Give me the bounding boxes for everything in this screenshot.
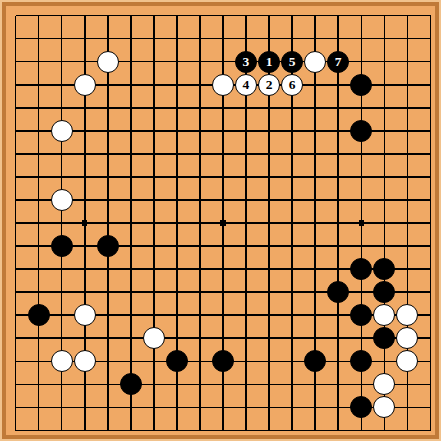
point-L5[interactable] (234, 327, 257, 350)
point-R17[interactable] (373, 50, 396, 73)
point-O16[interactable] (304, 73, 327, 96)
point-P16[interactable] (327, 73, 350, 96)
point-M5[interactable] (257, 327, 280, 350)
point-C14[interactable] (50, 119, 73, 142)
point-R14[interactable] (373, 119, 396, 142)
point-R10[interactable] (373, 211, 396, 234)
point-G8[interactable] (142, 257, 165, 280)
point-E2[interactable] (96, 396, 119, 419)
point-B7[interactable] (27, 281, 50, 304)
point-O3[interactable] (304, 373, 327, 396)
point-N3[interactable] (281, 373, 304, 396)
point-R15[interactable] (373, 96, 396, 119)
point-P15[interactable] (327, 96, 350, 119)
point-G9[interactable] (142, 234, 165, 257)
point-T6[interactable] (419, 304, 441, 327)
point-R8[interactable] (373, 257, 396, 280)
point-J15[interactable] (188, 96, 211, 119)
point-E7[interactable] (96, 281, 119, 304)
point-K15[interactable] (211, 96, 234, 119)
point-D2[interactable] (73, 396, 96, 419)
point-O17[interactable] (304, 50, 327, 73)
point-C17[interactable] (50, 50, 73, 73)
point-H6[interactable] (165, 304, 188, 327)
point-T4[interactable] (419, 350, 441, 373)
point-E6[interactable] (96, 304, 119, 327)
point-N9[interactable] (281, 234, 304, 257)
point-Q1[interactable] (350, 419, 373, 441)
point-P11[interactable] (327, 188, 350, 211)
point-K8[interactable] (211, 257, 234, 280)
point-D8[interactable] (73, 257, 96, 280)
point-H17[interactable] (165, 50, 188, 73)
point-F11[interactable] (119, 188, 142, 211)
point-T12[interactable] (419, 165, 441, 188)
point-H5[interactable] (165, 327, 188, 350)
point-N17[interactable]: 5 (281, 50, 304, 73)
point-T9[interactable] (419, 234, 441, 257)
point-P8[interactable] (327, 257, 350, 280)
point-K19[interactable] (211, 4, 234, 27)
point-Q6[interactable] (350, 304, 373, 327)
point-J13[interactable] (188, 142, 211, 165)
point-G2[interactable] (142, 396, 165, 419)
point-T15[interactable] (419, 96, 441, 119)
point-N6[interactable] (281, 304, 304, 327)
point-C5[interactable] (50, 327, 73, 350)
point-C18[interactable] (50, 27, 73, 50)
point-K18[interactable] (211, 27, 234, 50)
point-N16[interactable]: 6 (281, 73, 304, 96)
point-B10[interactable] (27, 211, 50, 234)
point-M11[interactable] (257, 188, 280, 211)
point-E17[interactable] (96, 50, 119, 73)
point-G11[interactable] (142, 188, 165, 211)
point-M12[interactable] (257, 165, 280, 188)
point-B8[interactable] (27, 257, 50, 280)
point-F3[interactable] (119, 373, 142, 396)
point-F5[interactable] (119, 327, 142, 350)
point-N13[interactable] (281, 142, 304, 165)
point-T7[interactable] (419, 281, 441, 304)
point-F19[interactable] (119, 4, 142, 27)
point-D5[interactable] (73, 327, 96, 350)
point-M1[interactable] (257, 419, 280, 441)
point-K7[interactable] (211, 281, 234, 304)
point-F9[interactable] (119, 234, 142, 257)
point-O8[interactable] (304, 257, 327, 280)
point-M3[interactable] (257, 373, 280, 396)
point-K3[interactable] (211, 373, 234, 396)
point-S12[interactable] (396, 165, 419, 188)
point-S9[interactable] (396, 234, 419, 257)
point-O10[interactable] (304, 211, 327, 234)
point-E3[interactable] (96, 373, 119, 396)
point-L11[interactable] (234, 188, 257, 211)
point-O5[interactable] (304, 327, 327, 350)
point-J9[interactable] (188, 234, 211, 257)
point-D6[interactable] (73, 304, 96, 327)
point-Q13[interactable] (350, 142, 373, 165)
point-J1[interactable] (188, 419, 211, 441)
point-F12[interactable] (119, 165, 142, 188)
point-L4[interactable] (234, 350, 257, 373)
point-F2[interactable] (119, 396, 142, 419)
point-A18[interactable] (4, 27, 27, 50)
point-A19[interactable] (4, 4, 27, 27)
point-C19[interactable] (50, 4, 73, 27)
point-Q2[interactable] (350, 396, 373, 419)
point-F14[interactable] (119, 119, 142, 142)
point-T3[interactable] (419, 373, 441, 396)
point-K12[interactable] (211, 165, 234, 188)
point-K9[interactable] (211, 234, 234, 257)
point-C12[interactable] (50, 165, 73, 188)
point-Q7[interactable] (350, 281, 373, 304)
point-B18[interactable] (27, 27, 50, 50)
point-K4[interactable] (211, 350, 234, 373)
point-N15[interactable] (281, 96, 304, 119)
point-A2[interactable] (4, 396, 27, 419)
point-B2[interactable] (27, 396, 50, 419)
point-Q19[interactable] (350, 4, 373, 27)
point-F8[interactable] (119, 257, 142, 280)
point-R4[interactable] (373, 350, 396, 373)
point-H19[interactable] (165, 4, 188, 27)
point-R16[interactable] (373, 73, 396, 96)
point-O18[interactable] (304, 27, 327, 50)
point-D7[interactable] (73, 281, 96, 304)
point-S18[interactable] (396, 27, 419, 50)
point-E12[interactable] (96, 165, 119, 188)
point-E11[interactable] (96, 188, 119, 211)
point-O7[interactable] (304, 281, 327, 304)
point-L12[interactable] (234, 165, 257, 188)
point-C15[interactable] (50, 96, 73, 119)
point-Q14[interactable] (350, 119, 373, 142)
point-L7[interactable] (234, 281, 257, 304)
point-P1[interactable] (327, 419, 350, 441)
point-S4[interactable] (396, 350, 419, 373)
point-Q4[interactable] (350, 350, 373, 373)
point-C8[interactable] (50, 257, 73, 280)
point-P4[interactable] (327, 350, 350, 373)
point-B12[interactable] (27, 165, 50, 188)
point-N10[interactable] (281, 211, 304, 234)
point-R3[interactable] (373, 373, 396, 396)
point-M4[interactable] (257, 350, 280, 373)
point-E4[interactable] (96, 350, 119, 373)
point-O11[interactable] (304, 188, 327, 211)
point-T10[interactable] (419, 211, 441, 234)
point-D11[interactable] (73, 188, 96, 211)
point-P10[interactable] (327, 211, 350, 234)
point-J18[interactable] (188, 27, 211, 50)
point-H14[interactable] (165, 119, 188, 142)
point-M10[interactable] (257, 211, 280, 234)
point-P6[interactable] (327, 304, 350, 327)
point-G15[interactable] (142, 96, 165, 119)
point-M9[interactable] (257, 234, 280, 257)
point-E8[interactable] (96, 257, 119, 280)
point-S2[interactable] (396, 396, 419, 419)
point-M7[interactable] (257, 281, 280, 304)
point-T14[interactable] (419, 119, 441, 142)
point-K14[interactable] (211, 119, 234, 142)
point-P17[interactable]: 7 (327, 50, 350, 73)
point-R1[interactable] (373, 419, 396, 441)
point-S19[interactable] (396, 4, 419, 27)
point-C16[interactable] (50, 73, 73, 96)
point-K1[interactable] (211, 419, 234, 441)
point-N8[interactable] (281, 257, 304, 280)
point-Q18[interactable] (350, 27, 373, 50)
point-K2[interactable] (211, 396, 234, 419)
point-G10[interactable] (142, 211, 165, 234)
point-G3[interactable] (142, 373, 165, 396)
point-H8[interactable] (165, 257, 188, 280)
point-J2[interactable] (188, 396, 211, 419)
point-F18[interactable] (119, 27, 142, 50)
point-L1[interactable] (234, 419, 257, 441)
point-T5[interactable] (419, 327, 441, 350)
point-A11[interactable] (4, 188, 27, 211)
point-S7[interactable] (396, 281, 419, 304)
point-G1[interactable] (142, 419, 165, 441)
point-Q16[interactable] (350, 73, 373, 96)
point-A15[interactable] (4, 96, 27, 119)
point-T19[interactable] (419, 4, 441, 27)
point-B19[interactable] (27, 4, 50, 27)
point-B1[interactable] (27, 419, 50, 441)
point-A4[interactable] (4, 350, 27, 373)
point-A5[interactable] (4, 327, 27, 350)
point-S13[interactable] (396, 142, 419, 165)
point-P12[interactable] (327, 165, 350, 188)
point-O14[interactable] (304, 119, 327, 142)
point-K11[interactable] (211, 188, 234, 211)
point-M17[interactable]: 1 (257, 50, 280, 73)
point-K10[interactable] (211, 211, 234, 234)
point-R6[interactable] (373, 304, 396, 327)
point-J11[interactable] (188, 188, 211, 211)
point-B11[interactable] (27, 188, 50, 211)
point-K5[interactable] (211, 327, 234, 350)
point-L3[interactable] (234, 373, 257, 396)
point-R2[interactable] (373, 396, 396, 419)
point-N5[interactable] (281, 327, 304, 350)
point-A7[interactable] (4, 281, 27, 304)
point-S3[interactable] (396, 373, 419, 396)
point-D19[interactable] (73, 4, 96, 27)
point-S8[interactable] (396, 257, 419, 280)
point-A17[interactable] (4, 50, 27, 73)
point-D12[interactable] (73, 165, 96, 188)
point-T8[interactable] (419, 257, 441, 280)
point-B13[interactable] (27, 142, 50, 165)
point-A1[interactable] (4, 419, 27, 441)
point-A16[interactable] (4, 73, 27, 96)
point-J7[interactable] (188, 281, 211, 304)
point-Q11[interactable] (350, 188, 373, 211)
point-B14[interactable] (27, 119, 50, 142)
point-Q15[interactable] (350, 96, 373, 119)
point-R7[interactable] (373, 281, 396, 304)
point-D15[interactable] (73, 96, 96, 119)
point-L2[interactable] (234, 396, 257, 419)
point-N19[interactable] (281, 4, 304, 27)
point-P7[interactable] (327, 281, 350, 304)
point-N14[interactable] (281, 119, 304, 142)
point-G4[interactable] (142, 350, 165, 373)
point-H9[interactable] (165, 234, 188, 257)
point-G5[interactable] (142, 327, 165, 350)
point-Q17[interactable] (350, 50, 373, 73)
point-L6[interactable] (234, 304, 257, 327)
point-E9[interactable] (96, 234, 119, 257)
point-D9[interactable] (73, 234, 96, 257)
point-F7[interactable] (119, 281, 142, 304)
point-A3[interactable] (4, 373, 27, 396)
point-J17[interactable] (188, 50, 211, 73)
point-H13[interactable] (165, 142, 188, 165)
point-F13[interactable] (119, 142, 142, 165)
point-T11[interactable] (419, 188, 441, 211)
point-P9[interactable] (327, 234, 350, 257)
point-R19[interactable] (373, 4, 396, 27)
point-J6[interactable] (188, 304, 211, 327)
point-F16[interactable] (119, 73, 142, 96)
point-J8[interactable] (188, 257, 211, 280)
point-C1[interactable] (50, 419, 73, 441)
point-C6[interactable] (50, 304, 73, 327)
point-B15[interactable] (27, 96, 50, 119)
point-E15[interactable] (96, 96, 119, 119)
point-C11[interactable] (50, 188, 73, 211)
point-Q3[interactable] (350, 373, 373, 396)
point-A13[interactable] (4, 142, 27, 165)
point-C10[interactable] (50, 211, 73, 234)
point-L15[interactable] (234, 96, 257, 119)
point-E1[interactable] (96, 419, 119, 441)
point-A8[interactable] (4, 257, 27, 280)
point-P3[interactable] (327, 373, 350, 396)
point-L18[interactable] (234, 27, 257, 50)
point-A14[interactable] (4, 119, 27, 142)
point-S5[interactable] (396, 327, 419, 350)
point-B16[interactable] (27, 73, 50, 96)
point-O19[interactable] (304, 4, 327, 27)
point-H4[interactable] (165, 350, 188, 373)
point-D4[interactable] (73, 350, 96, 373)
point-J16[interactable] (188, 73, 211, 96)
point-S10[interactable] (396, 211, 419, 234)
point-S1[interactable] (396, 419, 419, 441)
point-H3[interactable] (165, 373, 188, 396)
point-H1[interactable] (165, 419, 188, 441)
point-S17[interactable] (396, 50, 419, 73)
point-G13[interactable] (142, 142, 165, 165)
point-S15[interactable] (396, 96, 419, 119)
point-A12[interactable] (4, 165, 27, 188)
point-D16[interactable] (73, 73, 96, 96)
point-R13[interactable] (373, 142, 396, 165)
point-N4[interactable] (281, 350, 304, 373)
point-E18[interactable] (96, 27, 119, 50)
point-O4[interactable] (304, 350, 327, 373)
point-L19[interactable] (234, 4, 257, 27)
point-F10[interactable] (119, 211, 142, 234)
point-P2[interactable] (327, 396, 350, 419)
point-G16[interactable] (142, 73, 165, 96)
point-R18[interactable] (373, 27, 396, 50)
point-R12[interactable] (373, 165, 396, 188)
point-C2[interactable] (50, 396, 73, 419)
point-M16[interactable]: 2 (257, 73, 280, 96)
point-H15[interactable] (165, 96, 188, 119)
point-O1[interactable] (304, 419, 327, 441)
point-H18[interactable] (165, 27, 188, 50)
point-J3[interactable] (188, 373, 211, 396)
point-D18[interactable] (73, 27, 96, 50)
point-O9[interactable] (304, 234, 327, 257)
point-L13[interactable] (234, 142, 257, 165)
point-O6[interactable] (304, 304, 327, 327)
point-M14[interactable] (257, 119, 280, 142)
point-G7[interactable] (142, 281, 165, 304)
point-H7[interactable] (165, 281, 188, 304)
point-S16[interactable] (396, 73, 419, 96)
point-D1[interactable] (73, 419, 96, 441)
point-F15[interactable] (119, 96, 142, 119)
point-K6[interactable] (211, 304, 234, 327)
point-F6[interactable] (119, 304, 142, 327)
point-G17[interactable] (142, 50, 165, 73)
point-J5[interactable] (188, 327, 211, 350)
point-A6[interactable] (4, 304, 27, 327)
point-N7[interactable] (281, 281, 304, 304)
point-E19[interactable] (96, 4, 119, 27)
point-G18[interactable] (142, 27, 165, 50)
point-M18[interactable] (257, 27, 280, 50)
point-N12[interactable] (281, 165, 304, 188)
point-L9[interactable] (234, 234, 257, 257)
point-D17[interactable] (73, 50, 96, 73)
point-T1[interactable] (419, 419, 441, 441)
point-T17[interactable] (419, 50, 441, 73)
point-Q9[interactable] (350, 234, 373, 257)
point-G19[interactable] (142, 4, 165, 27)
point-A9[interactable] (4, 234, 27, 257)
point-P14[interactable] (327, 119, 350, 142)
point-R9[interactable] (373, 234, 396, 257)
point-L14[interactable] (234, 119, 257, 142)
point-E10[interactable] (96, 211, 119, 234)
point-J4[interactable] (188, 350, 211, 373)
point-P13[interactable] (327, 142, 350, 165)
point-P19[interactable] (327, 4, 350, 27)
point-M8[interactable] (257, 257, 280, 280)
point-S14[interactable] (396, 119, 419, 142)
point-E13[interactable] (96, 142, 119, 165)
point-K16[interactable] (211, 73, 234, 96)
point-L8[interactable] (234, 257, 257, 280)
point-J19[interactable] (188, 4, 211, 27)
point-L17[interactable]: 3 (234, 50, 257, 73)
point-B3[interactable] (27, 373, 50, 396)
point-Q8[interactable] (350, 257, 373, 280)
point-O12[interactable] (304, 165, 327, 188)
